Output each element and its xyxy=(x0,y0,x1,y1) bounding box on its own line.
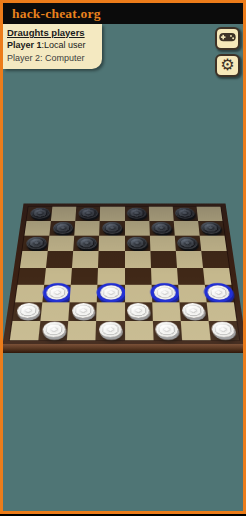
board-square[interactable] xyxy=(46,251,73,267)
board-square[interactable] xyxy=(73,236,99,252)
black-piece[interactable] xyxy=(151,222,171,234)
black-piece[interactable] xyxy=(76,237,97,249)
white-piece[interactable] xyxy=(15,303,39,318)
white-piece[interactable] xyxy=(127,303,149,318)
board-square[interactable] xyxy=(201,251,229,267)
black-piece[interactable] xyxy=(102,222,122,234)
board-square[interactable] xyxy=(99,221,124,236)
board-square[interactable] xyxy=(124,268,151,285)
board-square[interactable] xyxy=(96,302,124,321)
white-piece[interactable] xyxy=(181,303,204,318)
board-square[interactable] xyxy=(177,284,206,302)
board-square[interactable] xyxy=(47,236,74,252)
board-square[interactable] xyxy=(75,207,100,221)
gamepad-icon xyxy=(219,31,236,46)
white-piece[interactable] xyxy=(155,322,178,338)
board-square[interactable] xyxy=(72,251,99,267)
board-square[interactable] xyxy=(97,268,124,285)
board-square[interactable] xyxy=(148,207,173,221)
board-square[interactable] xyxy=(38,321,68,341)
board-square[interactable] xyxy=(124,236,150,252)
board-square[interactable] xyxy=(124,321,153,341)
board-square[interactable] xyxy=(20,251,48,267)
white-piece-highlighted[interactable] xyxy=(153,285,175,299)
board-square[interactable] xyxy=(51,207,76,221)
board-square[interactable] xyxy=(12,302,42,321)
board-square[interactable] xyxy=(175,251,202,267)
black-piece[interactable] xyxy=(29,207,50,218)
players-heading: Draughts players xyxy=(7,26,99,39)
board-square[interactable] xyxy=(202,268,231,285)
board-square[interactable] xyxy=(9,321,40,341)
board-square[interactable] xyxy=(95,321,124,341)
board-square[interactable] xyxy=(199,236,226,252)
board-square[interactable] xyxy=(67,321,96,341)
board-square[interactable] xyxy=(151,284,179,302)
board-square[interactable] xyxy=(69,284,97,302)
board-square[interactable] xyxy=(204,284,233,302)
settings-button[interactable]: ⚙ xyxy=(215,54,240,77)
board-square[interactable] xyxy=(98,251,124,267)
board-square[interactable] xyxy=(172,207,197,221)
board-square[interactable] xyxy=(179,302,208,321)
board-square[interactable] xyxy=(74,221,100,236)
board-square[interactable] xyxy=(40,302,69,321)
board-grid xyxy=(9,207,238,341)
board-square[interactable] xyxy=(17,268,46,285)
board-square[interactable] xyxy=(68,302,97,321)
game-button[interactable] xyxy=(215,27,240,50)
board-square[interactable] xyxy=(124,284,151,302)
white-piece[interactable] xyxy=(41,322,65,338)
board-square[interactable] xyxy=(124,251,150,267)
board-square[interactable] xyxy=(151,302,180,321)
black-piece[interactable] xyxy=(177,237,198,249)
board-square[interactable] xyxy=(42,284,71,302)
board-square[interactable] xyxy=(197,221,224,236)
black-piece[interactable] xyxy=(126,207,146,218)
board-square[interactable] xyxy=(148,221,174,236)
board-square[interactable] xyxy=(124,207,148,221)
board-square[interactable] xyxy=(97,284,124,302)
board-square[interactable] xyxy=(44,268,72,285)
board-square[interactable] xyxy=(196,207,222,221)
board-square[interactable] xyxy=(26,207,52,221)
white-piece[interactable] xyxy=(71,303,94,318)
black-piece[interactable] xyxy=(52,222,73,234)
board-square[interactable] xyxy=(176,268,204,285)
board-square[interactable] xyxy=(180,321,210,341)
white-piece-highlighted[interactable] xyxy=(99,285,121,299)
board-square[interactable] xyxy=(15,284,44,302)
white-piece[interactable] xyxy=(211,322,236,338)
black-piece[interactable] xyxy=(25,237,47,249)
board-square[interactable] xyxy=(98,236,124,252)
board-square[interactable] xyxy=(149,236,175,252)
black-piece[interactable] xyxy=(174,207,194,218)
draughts-board xyxy=(2,203,246,345)
white-piece-highlighted[interactable] xyxy=(45,285,68,299)
white-piece[interactable] xyxy=(98,322,121,338)
board-square[interactable] xyxy=(49,221,75,236)
board-square[interactable] xyxy=(152,321,181,341)
gear-icon: ⚙ xyxy=(220,57,234,73)
board-square[interactable] xyxy=(124,221,149,236)
board-square[interactable] xyxy=(173,221,199,236)
title-bar: hack-cheat.org xyxy=(3,3,243,24)
board-square[interactable] xyxy=(24,221,51,236)
board-square[interactable] xyxy=(206,302,236,321)
black-piece[interactable] xyxy=(127,237,147,249)
board-square[interactable] xyxy=(22,236,49,252)
player1-row: Player 1:Local user xyxy=(7,39,99,52)
players-info-panel: Draughts players Player 1:Local user Pla… xyxy=(3,24,102,69)
board-square[interactable] xyxy=(100,207,124,221)
board-square[interactable] xyxy=(150,268,177,285)
board-square[interactable] xyxy=(174,236,201,252)
white-piece-highlighted[interactable] xyxy=(207,285,230,299)
page-title: hack-cheat.org xyxy=(3,6,101,22)
black-piece[interactable] xyxy=(78,207,98,218)
board-square[interactable] xyxy=(124,302,152,321)
board-front-edge xyxy=(1,344,246,353)
board-square[interactable] xyxy=(71,268,98,285)
board-square[interactable] xyxy=(208,321,239,341)
black-piece[interactable] xyxy=(200,222,221,234)
player2-row: Player 2: Computer xyxy=(7,52,99,65)
board-square[interactable] xyxy=(150,251,177,267)
